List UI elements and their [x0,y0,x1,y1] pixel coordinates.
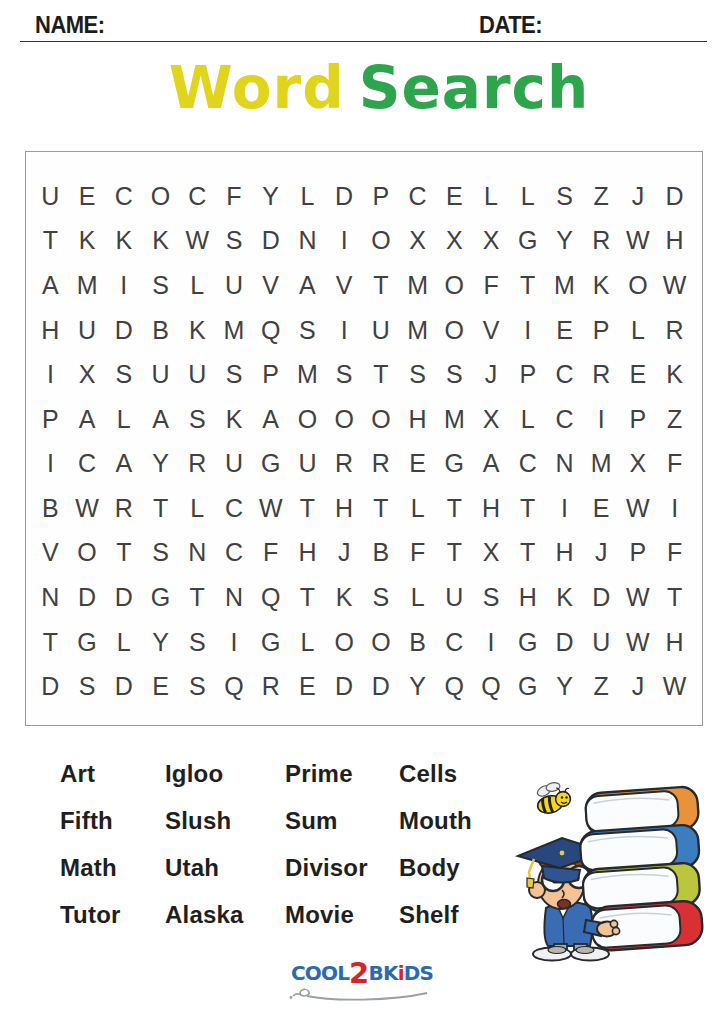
grid-cell[interactable]: M [436,397,473,442]
grid-cell[interactable]: D [546,620,583,665]
grid-cell[interactable]: E [289,664,326,709]
grid-cell[interactable]: I [583,397,620,442]
grid-cell[interactable]: I [473,620,510,665]
cool2bkids-logo: COOL2BKiDS [0,959,724,1002]
grid-cell[interactable]: U [69,308,106,353]
logo-seg-2: 2 [349,959,368,988]
grid-cell[interactable]: P [620,531,657,576]
grid-cell[interactable]: N [289,219,326,264]
grid-cell[interactable]: S [179,397,216,442]
grid-cell[interactable]: P [252,352,289,397]
grid-cell[interactable]: H [656,620,693,665]
grid-cell[interactable]: T [105,531,142,576]
grid-cell[interactable]: D [583,575,620,620]
grid-cell[interactable]: U [216,441,253,486]
grid-cell[interactable]: I [32,352,69,397]
grid-cell[interactable]: O [69,531,106,576]
grid-cell[interactable]: D [326,664,363,709]
grid-cell[interactable]: S [179,664,216,709]
grid-cell[interactable]: M [546,263,583,308]
grid-cell[interactable]: D [105,308,142,353]
grid-cell[interactable]: P [583,308,620,353]
grid-cell[interactable]: W [656,263,693,308]
grid-cell[interactable]: J [620,174,657,219]
grid-cell[interactable]: A [105,441,142,486]
grid-cell[interactable]: O [436,308,473,353]
grid-cell[interactable]: K [142,219,179,264]
word-search-grid: UECOCFYLDPCELLSZJDTKKKWSDNIOXXXGYRWHAMIS… [25,151,703,726]
grid-cell[interactable]: A [252,397,289,442]
grid-cell[interactable]: M [216,308,253,353]
grid-cell[interactable]: L [509,174,546,219]
grid-cell[interactable]: H [509,575,546,620]
grid-cell[interactable]: H [546,531,583,576]
grid-cell[interactable]: B [362,531,399,576]
grid-cell[interactable]: O [326,397,363,442]
grid-cell[interactable]: S [399,352,436,397]
grid-cell[interactable]: E [546,308,583,353]
grid-cell[interactable]: L [399,486,436,531]
grid-cell[interactable]: V [473,308,510,353]
grid-cell[interactable]: H [473,486,510,531]
grid-cell[interactable]: E [583,486,620,531]
grid-cell[interactable]: S [362,575,399,620]
grid-cell[interactable]: J [583,531,620,576]
word-list-item: Fifth [60,807,165,835]
grid-cell[interactable]: R [326,441,363,486]
grid-cell[interactable]: D [362,664,399,709]
grid-cell[interactable]: R [362,441,399,486]
word-list-item: Igloo [165,760,285,788]
grid-cell[interactable]: R [105,486,142,531]
grid-cell[interactable]: L [620,308,657,353]
grid-cell[interactable]: T [509,531,546,576]
grid-cell[interactable]: T [362,486,399,531]
word-list-item: Body [399,854,511,882]
grid-cell[interactable]: W [620,219,657,264]
grid-cell[interactable]: Q [252,575,289,620]
grid-cell[interactable]: Z [656,397,693,442]
grid-cell[interactable]: Q [473,664,510,709]
grid-cell[interactable]: E [399,441,436,486]
grid-cell[interactable]: K [179,308,216,353]
grid-cell[interactable]: C [509,441,546,486]
grid-cell[interactable]: F [216,174,253,219]
grid-cell[interactable]: F [473,263,510,308]
grid-cell[interactable]: G [509,664,546,709]
bee-icon [536,781,571,815]
grid-cell[interactable]: O [436,263,473,308]
grid-cell[interactable]: P [509,352,546,397]
grid-cell[interactable]: X [620,441,657,486]
grid-cell[interactable]: U [289,441,326,486]
grid-cell[interactable]: P [620,397,657,442]
grid-cell[interactable]: C [546,352,583,397]
grid-cell[interactable]: T [656,575,693,620]
page-title: WordSearch [0,54,724,122]
grid-cell[interactable]: G [252,441,289,486]
word-list-item: Prime [285,760,399,788]
grid-cell[interactable]: T [32,219,69,264]
grid-cell[interactable]: O [326,620,363,665]
grid-cell[interactable]: W [620,486,657,531]
grid-cell[interactable]: B [399,620,436,665]
word-list-item: Cells [399,760,511,788]
grid-cell[interactable]: H [399,397,436,442]
grid-cell[interactable]: Y [142,620,179,665]
grid-cell[interactable]: K [546,575,583,620]
grid-cell[interactable]: E [620,352,657,397]
grid-cell[interactable]: W [179,219,216,264]
name-date-fill-line [20,41,707,42]
grid-cell[interactable]: C [105,174,142,219]
grid-cell[interactable]: H [289,531,326,576]
logo-seg-bk: BK [369,963,398,983]
word-list-item: Movie [285,901,399,929]
word-list-item: Sum [285,807,399,835]
grid-cell[interactable]: O [620,263,657,308]
grid-cell[interactable]: X [69,352,106,397]
illustration-svg [502,760,710,962]
grid-cell[interactable]: G [436,441,473,486]
grid-cell[interactable]: D [105,664,142,709]
grid-cell[interactable]: N [32,575,69,620]
grid-cell[interactable]: T [362,263,399,308]
grid-cell[interactable]: Z [583,174,620,219]
grid-cell[interactable]: I [656,486,693,531]
grid-cell[interactable]: I [105,263,142,308]
date-label: DATE: [479,12,542,39]
grid-cell[interactable]: X [473,219,510,264]
grid-cell[interactable]: N [546,441,583,486]
grid-cell[interactable]: C [436,620,473,665]
grid-cell[interactable]: S [546,174,583,219]
grid-cell[interactable]: R [179,441,216,486]
grid-cell[interactable]: L [509,397,546,442]
grid-cell[interactable]: R [252,664,289,709]
title-search: Search [359,54,590,122]
grid-cell[interactable]: L [105,620,142,665]
word-list-item: Slush [165,807,285,835]
word-list-item: Shelf [399,901,511,929]
grid-cell[interactable]: O [289,397,326,442]
grid-cell[interactable]: S [69,664,106,709]
grid-cell[interactable]: D [32,664,69,709]
grid-cell[interactable]: D [326,174,363,219]
grid-cell[interactable]: M [399,308,436,353]
grid-cell[interactable]: L [179,263,216,308]
logo-seg-cool: COOL [291,963,349,983]
grid-cell[interactable]: D [69,575,106,620]
grid-cell[interactable]: Z [583,664,620,709]
grid-cell[interactable]: C [216,531,253,576]
grid-cell[interactable]: G [509,620,546,665]
grid-cell[interactable]: W [656,664,693,709]
grid-cell[interactable]: Y [546,664,583,709]
logo-seg-ds: DS [404,963,433,983]
grid-cell[interactable]: T [436,486,473,531]
grid-cell[interactable]: A [142,397,179,442]
grid-cell[interactable]: X [473,531,510,576]
grid-cell[interactable]: E [436,174,473,219]
grid-cell[interactable]: B [142,308,179,353]
grid-cell[interactable]: Q [216,664,253,709]
grid-cell[interactable]: C [399,174,436,219]
grid-cell[interactable]: Y [546,219,583,264]
grid-cell[interactable]: Y [142,441,179,486]
grid-cell[interactable]: U [362,308,399,353]
grid-cell[interactable]: K [583,263,620,308]
grid-cell[interactable]: C [69,441,106,486]
grid-cell[interactable]: N [216,575,253,620]
grid-cell[interactable]: T [142,486,179,531]
word-list: ArtIglooPrimeCellsFifthSlushSumMouthMath… [60,751,511,938]
grid-cell[interactable]: F [252,531,289,576]
word-list-item: Utah [165,854,285,882]
student-books-illustration [502,760,710,962]
word-list-item: Alaska [165,901,285,929]
grid-cell[interactable]: K [326,575,363,620]
grid-cell[interactable]: J [326,531,363,576]
grid-cell[interactable]: S [179,620,216,665]
grid-cell[interactable]: L [179,486,216,531]
grid-cell[interactable]: J [620,664,657,709]
grid-cell[interactable]: S [436,352,473,397]
grid-cell[interactable]: D [656,174,693,219]
grid-cell[interactable]: E [142,664,179,709]
grid-cell[interactable]: M [583,441,620,486]
grid-cell[interactable]: G [509,219,546,264]
grid-cell[interactable]: H [656,219,693,264]
grid-cell[interactable]: A [69,397,106,442]
grid-cell[interactable]: F [656,531,693,576]
student-hand [584,920,620,937]
grid-cell[interactable]: U [142,352,179,397]
grid-cell[interactable]: I [216,620,253,665]
worksheet-page: NAME: DATE: WordSearch UECOCFYLDPCELLSZJ… [0,0,724,1024]
grid-cell[interactable]: D [252,219,289,264]
grid-cell[interactable]: O [362,397,399,442]
grid-cell[interactable]: G [69,620,106,665]
grid-cell[interactable]: K [656,352,693,397]
grid-cell[interactable]: O [362,620,399,665]
grid-cell[interactable]: U [216,263,253,308]
word-list-item: Math [60,854,165,882]
grid-cell[interactable]: S [289,308,326,353]
grid-cell[interactable]: I [32,441,69,486]
grid-cell[interactable]: C [546,397,583,442]
grid-cell[interactable]: S [105,352,142,397]
grid-cell[interactable]: U [436,575,473,620]
logo-text: COOL2BKiDS [291,959,433,988]
grid-cell[interactable]: P [362,174,399,219]
grid-cell[interactable]: W [252,486,289,531]
grid-cell[interactable]: W [620,575,657,620]
grid-cell[interactable]: T [179,575,216,620]
grid-cell[interactable]: S [142,531,179,576]
grid-cell[interactable]: A [32,263,69,308]
grid-cell[interactable]: S [326,352,363,397]
grid-cell[interactable]: T [32,620,69,665]
grid-cell[interactable]: F [399,531,436,576]
grid-cell[interactable]: A [473,441,510,486]
grid-cell[interactable]: P [32,397,69,442]
grid-cell[interactable]: C [179,174,216,219]
grid-cell[interactable]: L [289,620,326,665]
grid-cell[interactable]: L [105,397,142,442]
grid-cell[interactable]: S [216,219,253,264]
word-list-item: Art [60,760,165,788]
grid-cell[interactable]: T [436,531,473,576]
grid-cell[interactable]: X [399,219,436,264]
grid-cell[interactable]: Q [436,664,473,709]
grid-cell[interactable]: W [69,486,106,531]
grid-cell[interactable]: V [32,531,69,576]
grid-cell[interactable]: B [32,486,69,531]
grid-cell[interactable]: I [326,308,363,353]
grid-cell[interactable]: L [473,174,510,219]
grid-cell[interactable]: A [289,263,326,308]
grid-cell[interactable]: J [473,352,510,397]
grid-cell[interactable]: H [326,486,363,531]
grid-cell[interactable]: L [289,174,326,219]
grid-cell[interactable]: I [509,308,546,353]
grid-cell[interactable]: U [32,174,69,219]
grid-cell[interactable]: R [583,219,620,264]
grid-cell[interactable]: E [69,174,106,219]
grid-cell[interactable]: Q [252,308,289,353]
grid-cell[interactable]: K [69,219,106,264]
grid-cell[interactable]: G [142,575,179,620]
grid-cell[interactable]: U [583,620,620,665]
grid-cell[interactable]: G [252,620,289,665]
grid-cell[interactable]: K [105,219,142,264]
grid-cell[interactable]: C [216,486,253,531]
grid-cell[interactable]: M [399,263,436,308]
name-label: NAME: [35,12,105,39]
grid-cell[interactable]: V [326,263,363,308]
grid-cell[interactable]: F [656,441,693,486]
word-list-item: Divisor [285,854,399,882]
grid-cell[interactable]: N [179,531,216,576]
grid-cell[interactable]: O [142,174,179,219]
grid-cell[interactable]: V [252,263,289,308]
grid-cell[interactable]: Y [399,664,436,709]
grid-cell[interactable]: H [32,308,69,353]
grid-cell[interactable]: S [473,575,510,620]
title-word: Word [169,54,345,122]
grid-cell[interactable]: I [546,486,583,531]
grid-cell[interactable]: M [289,352,326,397]
grid-cell[interactable]: Y [252,174,289,219]
grid-cell[interactable]: T [289,486,326,531]
grid-cell[interactable]: I [326,219,363,264]
word-list-item: Tutor [60,901,165,929]
grid-cell[interactable]: S [142,263,179,308]
grid-cell[interactable]: U [179,352,216,397]
grid-cell[interactable]: T [362,352,399,397]
grid-cell[interactable]: S [216,352,253,397]
grid-cell[interactable]: T [509,486,546,531]
grid-cell[interactable]: M [69,263,106,308]
grid-cell[interactable]: L [399,575,436,620]
grid-cell[interactable]: X [473,397,510,442]
grid-cell[interactable]: D [105,575,142,620]
grid-cell[interactable]: O [362,219,399,264]
grid-cell[interactable]: X [436,219,473,264]
grid-cell[interactable]: K [216,397,253,442]
grid-cell[interactable]: R [583,352,620,397]
grid-cell[interactable]: R [656,308,693,353]
word-list-item: Mouth [399,807,511,835]
grid-cell[interactable]: T [289,575,326,620]
grid-cell[interactable]: T [509,263,546,308]
grid-cell[interactable]: W [620,620,657,665]
